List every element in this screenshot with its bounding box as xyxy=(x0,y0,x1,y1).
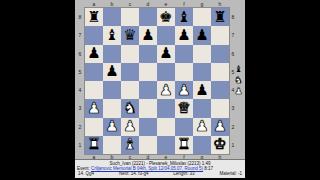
square-b7[interactable]: ♝ xyxy=(103,26,121,44)
square-g5[interactable] xyxy=(193,63,211,81)
rank-label-1: 1 xyxy=(76,136,84,154)
file-label-g: g xyxy=(193,1,211,7)
captured-pieces-tray: ♝♞♟ xyxy=(233,64,244,96)
square-h1[interactable]: ♚ xyxy=(211,136,229,154)
piece-black-pawn[interactable]: ♟ xyxy=(195,82,208,97)
piece-black-king[interactable]: ♚ xyxy=(159,9,172,24)
square-e2[interactable] xyxy=(157,118,175,136)
piece-black-bishop[interactable]: ♝ xyxy=(105,27,118,42)
current-move-label: 14. Qg4 xyxy=(78,171,94,176)
square-g7[interactable]: ♟ xyxy=(193,26,211,44)
rank-label-8: 8 xyxy=(76,8,84,26)
square-h3[interactable] xyxy=(211,99,229,117)
square-f6[interactable] xyxy=(175,45,193,63)
piece-white-pawn[interactable]: ♟ xyxy=(87,100,100,115)
square-h2[interactable]: ♟ xyxy=(211,118,229,136)
rank-label-3: 3 xyxy=(229,99,237,117)
length-label: Length: 33 xyxy=(173,171,194,176)
square-b5[interactable]: ♟ xyxy=(103,63,121,81)
chess-gui-panel: abcdefgh 87654321 ♜♚♝♜♝♛♟♟♟♟♟♟♟♟♟♟♞♛♟♟♟♟… xyxy=(75,0,245,177)
square-h5[interactable] xyxy=(211,63,229,81)
square-b2[interactable]: ♟ xyxy=(103,118,121,136)
square-b8[interactable] xyxy=(103,8,121,26)
white-knight-icon: ♞ xyxy=(234,75,242,85)
square-h4[interactable] xyxy=(211,81,229,99)
square-a6[interactable]: ♟ xyxy=(85,45,103,63)
piece-black-pawn[interactable]: ♟ xyxy=(105,64,118,79)
square-c2[interactable]: ♟ xyxy=(121,118,139,136)
square-d6[interactable] xyxy=(139,45,157,63)
square-f3[interactable]: ♛ xyxy=(175,99,193,117)
rank-label-8: 8 xyxy=(229,8,237,26)
file-label-d: d xyxy=(139,1,157,7)
square-a5[interactable] xyxy=(85,63,103,81)
piece-white-king[interactable]: ♚ xyxy=(213,137,226,152)
rank-labels-left: 87654321 xyxy=(76,8,84,154)
square-e5[interactable] xyxy=(157,63,175,81)
move-status-line: 14. Qg4 Next: 14. f3-g4 Length: 33 Mater… xyxy=(75,171,245,176)
square-d3[interactable] xyxy=(139,99,157,117)
square-a3[interactable]: ♟ xyxy=(85,99,103,117)
square-g6[interactable] xyxy=(193,45,211,63)
file-label-f: f xyxy=(175,1,193,7)
file-label-b: b xyxy=(103,1,121,7)
file-label-e: e xyxy=(157,1,175,7)
square-e1[interactable] xyxy=(157,136,175,154)
square-g2[interactable]: ♟ xyxy=(193,118,211,136)
piece-white-rook[interactable]: ♜ xyxy=(177,137,190,152)
square-b6[interactable] xyxy=(103,45,121,63)
square-f2[interactable] xyxy=(175,118,193,136)
square-h6[interactable] xyxy=(211,45,229,63)
square-f8[interactable]: ♝ xyxy=(175,8,193,26)
material-label: Material: -1 xyxy=(219,171,242,176)
square-d7[interactable]: ♟ xyxy=(139,26,157,44)
chess-board[interactable]: ♜♚♝♜♝♛♟♟♟♟♟♟♟♟♟♟♞♛♟♟♟♟♜♝♜♚ xyxy=(85,8,229,154)
file-label-a: a xyxy=(85,1,103,7)
square-h8[interactable]: ♜ xyxy=(211,8,229,26)
rank-label-2: 2 xyxy=(229,118,237,136)
rank-label-2: 2 xyxy=(76,118,84,136)
square-b4[interactable] xyxy=(103,81,121,99)
square-d1[interactable] xyxy=(139,136,157,154)
square-f7[interactable]: ♟ xyxy=(175,26,193,44)
square-e7[interactable] xyxy=(157,26,175,44)
rank-label-5: 5 xyxy=(76,63,84,81)
square-c3[interactable]: ♞ xyxy=(121,99,139,117)
piece-black-queen[interactable]: ♛ xyxy=(123,27,136,42)
rank-label-4: 4 xyxy=(76,81,84,99)
info-bar: Such_Ivan (2221) - Plesanek_Miloslav (22… xyxy=(75,159,245,178)
square-c7[interactable]: ♛ xyxy=(121,26,139,44)
app-window: { "game": "chess", "position": "r3kb1r/1… xyxy=(0,0,320,180)
square-e3[interactable] xyxy=(157,99,175,117)
square-d8[interactable] xyxy=(139,8,157,26)
piece-black-pawn[interactable]: ♟ xyxy=(159,46,172,61)
next-move-label: Next: 14. f3-g4 xyxy=(119,171,149,176)
piece-white-knight[interactable]: ♞ xyxy=(123,100,136,115)
file-label-h: h xyxy=(211,1,229,7)
square-b3[interactable] xyxy=(103,99,121,117)
white-pawn-icon: ♟ xyxy=(234,86,242,96)
square-c1[interactable]: ♝ xyxy=(121,136,139,154)
piece-white-queen[interactable]: ♛ xyxy=(177,100,190,115)
rank-label-6: 6 xyxy=(76,45,84,63)
piece-white-pawn[interactable]: ♟ xyxy=(105,119,118,134)
square-d2[interactable] xyxy=(139,118,157,136)
square-f5[interactable] xyxy=(175,63,193,81)
square-g4[interactable]: ♟ xyxy=(193,81,211,99)
piece-black-pawn[interactable]: ♟ xyxy=(177,27,190,42)
black-bishop-icon: ♝ xyxy=(234,64,242,74)
rank-label-6: 6 xyxy=(229,45,237,63)
square-c4[interactable] xyxy=(121,81,139,99)
square-f4[interactable]: ♟ xyxy=(175,81,193,99)
piece-white-rook[interactable]: ♜ xyxy=(87,137,100,152)
square-c8[interactable] xyxy=(121,8,139,26)
piece-white-pawn[interactable]: ♟ xyxy=(195,119,208,134)
square-g3[interactable] xyxy=(193,99,211,117)
square-g8[interactable] xyxy=(193,8,211,26)
rank-label-7: 7 xyxy=(76,26,84,44)
square-f1[interactable]: ♜ xyxy=(175,136,193,154)
rank-label-3: 3 xyxy=(76,99,84,117)
piece-black-pawn[interactable]: ♟ xyxy=(195,27,208,42)
square-h7[interactable] xyxy=(211,26,229,44)
piece-black-bishop[interactable]: ♝ xyxy=(177,9,190,24)
square-c5[interactable] xyxy=(121,63,139,81)
piece-white-bishop[interactable]: ♝ xyxy=(123,137,136,152)
rank-label-1: 1 xyxy=(229,136,237,154)
piece-black-rook[interactable]: ♜ xyxy=(87,9,100,24)
square-e6[interactable]: ♟ xyxy=(157,45,175,63)
event-time: 8:17 xyxy=(204,166,213,171)
square-e4[interactable]: ♟ xyxy=(157,81,175,99)
rank-label-7: 7 xyxy=(229,26,237,44)
square-a1[interactable]: ♜ xyxy=(85,136,103,154)
piece-black-pawn[interactable]: ♟ xyxy=(141,27,154,42)
file-labels-top: abcdefgh xyxy=(85,1,229,7)
square-a2[interactable] xyxy=(85,118,103,136)
piece-white-pawn[interactable]: ♟ xyxy=(177,82,190,97)
piece-white-pawn[interactable]: ♟ xyxy=(123,119,136,134)
piece-white-pawn[interactable]: ♟ xyxy=(159,82,172,97)
square-b1[interactable] xyxy=(103,136,121,154)
file-label-c: c xyxy=(121,1,139,7)
square-c6[interactable] xyxy=(121,45,139,63)
square-e8[interactable]: ♚ xyxy=(157,8,175,26)
piece-black-rook[interactable]: ♜ xyxy=(213,9,226,24)
square-g1[interactable] xyxy=(193,136,211,154)
square-a7[interactable] xyxy=(85,26,103,44)
piece-black-pawn[interactable]: ♟ xyxy=(87,46,100,61)
square-d4[interactable] xyxy=(139,81,157,99)
square-d5[interactable] xyxy=(139,63,157,81)
piece-white-pawn[interactable]: ♟ xyxy=(213,119,226,134)
square-a8[interactable]: ♜ xyxy=(85,8,103,26)
square-a4[interactable] xyxy=(85,81,103,99)
